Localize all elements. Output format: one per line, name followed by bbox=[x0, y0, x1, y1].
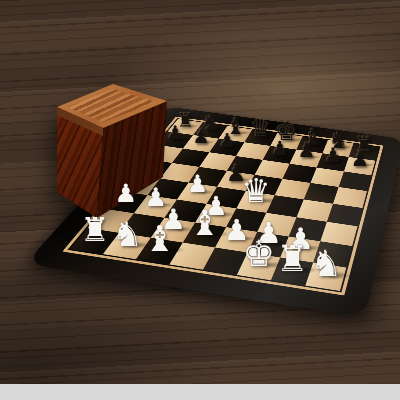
wooden-storage-box bbox=[50, 80, 175, 225]
square-h1 bbox=[305, 262, 346, 290]
image-bottom-margin bbox=[0, 384, 400, 400]
photo-scene: ♜♞♝♛♚♝♞♜♟♟♟♟♟♟♟♟♟♛♟♟♟♟♝♟♟♟♜♞♝♚♜♞ bbox=[0, 0, 400, 400]
